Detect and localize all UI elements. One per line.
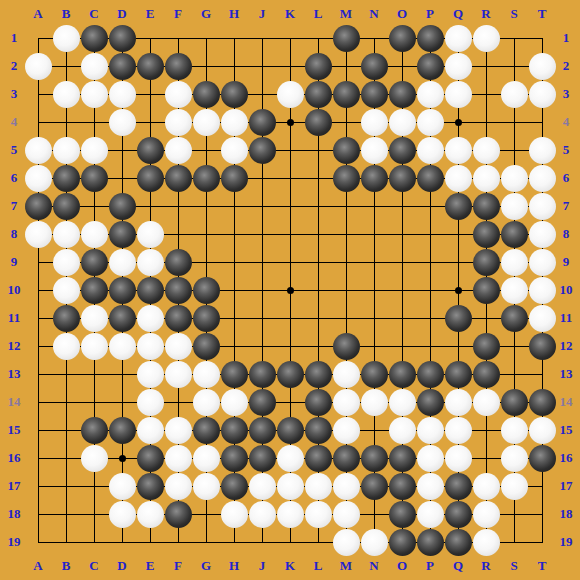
intersection-O2[interactable]	[388, 52, 416, 80]
intersection-N14[interactable]	[360, 388, 388, 416]
intersection-N16[interactable]	[360, 444, 388, 472]
intersection-T13[interactable]	[528, 360, 556, 388]
intersection-E5[interactable]	[136, 136, 164, 164]
intersection-G19[interactable]	[192, 528, 220, 556]
intersection-R2[interactable]	[472, 52, 500, 80]
intersection-S18[interactable]	[500, 500, 528, 528]
intersection-E12[interactable]	[136, 332, 164, 360]
intersection-A18[interactable]	[24, 500, 52, 528]
intersection-Q5[interactable]	[444, 136, 472, 164]
intersection-F9[interactable]	[164, 248, 192, 276]
intersection-T14[interactable]	[528, 388, 556, 416]
intersection-N5[interactable]	[360, 136, 388, 164]
intersection-C6[interactable]	[80, 164, 108, 192]
intersection-A1[interactable]	[24, 24, 52, 52]
intersection-L13[interactable]	[304, 360, 332, 388]
intersection-B3[interactable]	[52, 80, 80, 108]
intersection-G11[interactable]	[192, 304, 220, 332]
intersection-G16[interactable]	[192, 444, 220, 472]
intersection-E6[interactable]	[136, 164, 164, 192]
intersection-F14[interactable]	[164, 388, 192, 416]
intersection-D13[interactable]	[108, 360, 136, 388]
intersection-D16[interactable]	[108, 444, 136, 472]
intersection-R6[interactable]	[472, 164, 500, 192]
intersection-C14[interactable]	[80, 388, 108, 416]
intersection-H17[interactable]	[220, 472, 248, 500]
intersection-A11[interactable]	[24, 304, 52, 332]
intersection-A12[interactable]	[24, 332, 52, 360]
intersection-A2[interactable]	[24, 52, 52, 80]
intersection-B16[interactable]	[52, 444, 80, 472]
intersection-A14[interactable]	[24, 388, 52, 416]
intersection-S7[interactable]	[500, 192, 528, 220]
intersection-Q15[interactable]	[444, 416, 472, 444]
intersection-T12[interactable]	[528, 332, 556, 360]
intersection-C19[interactable]	[80, 528, 108, 556]
intersection-G5[interactable]	[192, 136, 220, 164]
intersection-E8[interactable]	[136, 220, 164, 248]
intersection-C8[interactable]	[80, 220, 108, 248]
intersection-J13[interactable]	[248, 360, 276, 388]
intersection-C16[interactable]	[80, 444, 108, 472]
intersection-F2[interactable]	[164, 52, 192, 80]
intersection-S8[interactable]	[500, 220, 528, 248]
intersection-B4[interactable]	[52, 108, 80, 136]
intersection-T1[interactable]	[528, 24, 556, 52]
intersection-L19[interactable]	[304, 528, 332, 556]
intersection-F17[interactable]	[164, 472, 192, 500]
intersection-O14[interactable]	[388, 388, 416, 416]
intersection-P4[interactable]	[416, 108, 444, 136]
intersection-M6[interactable]	[332, 164, 360, 192]
intersection-Q4[interactable]	[444, 108, 472, 136]
intersection-G14[interactable]	[192, 388, 220, 416]
intersection-D1[interactable]	[108, 24, 136, 52]
intersection-S11[interactable]	[500, 304, 528, 332]
intersection-F12[interactable]	[164, 332, 192, 360]
intersection-H6[interactable]	[220, 164, 248, 192]
intersection-N2[interactable]	[360, 52, 388, 80]
intersection-E3[interactable]	[136, 80, 164, 108]
intersection-Q6[interactable]	[444, 164, 472, 192]
intersection-H11[interactable]	[220, 304, 248, 332]
intersection-M17[interactable]	[332, 472, 360, 500]
intersection-Q2[interactable]	[444, 52, 472, 80]
intersection-S14[interactable]	[500, 388, 528, 416]
intersection-K12[interactable]	[276, 332, 304, 360]
intersection-F13[interactable]	[164, 360, 192, 388]
intersection-G13[interactable]	[192, 360, 220, 388]
intersection-K9[interactable]	[276, 248, 304, 276]
intersection-T18[interactable]	[528, 500, 556, 528]
intersection-L9[interactable]	[304, 248, 332, 276]
intersection-T8[interactable]	[528, 220, 556, 248]
intersection-N1[interactable]	[360, 24, 388, 52]
intersection-R14[interactable]	[472, 388, 500, 416]
intersection-R5[interactable]	[472, 136, 500, 164]
intersection-R9[interactable]	[472, 248, 500, 276]
intersection-L8[interactable]	[304, 220, 332, 248]
intersection-O19[interactable]	[388, 528, 416, 556]
intersection-A8[interactable]	[24, 220, 52, 248]
intersection-L2[interactable]	[304, 52, 332, 80]
intersection-C13[interactable]	[80, 360, 108, 388]
intersection-K3[interactable]	[276, 80, 304, 108]
intersection-B15[interactable]	[52, 416, 80, 444]
intersection-K6[interactable]	[276, 164, 304, 192]
intersection-A6[interactable]	[24, 164, 52, 192]
intersection-H12[interactable]	[220, 332, 248, 360]
intersection-R17[interactable]	[472, 472, 500, 500]
intersection-J10[interactable]	[248, 276, 276, 304]
intersection-M19[interactable]	[332, 528, 360, 556]
intersection-A13[interactable]	[24, 360, 52, 388]
intersection-E15[interactable]	[136, 416, 164, 444]
intersection-A15[interactable]	[24, 416, 52, 444]
intersection-O9[interactable]	[388, 248, 416, 276]
intersection-R19[interactable]	[472, 528, 500, 556]
intersection-N12[interactable]	[360, 332, 388, 360]
intersection-E2[interactable]	[136, 52, 164, 80]
intersection-G6[interactable]	[192, 164, 220, 192]
intersection-N4[interactable]	[360, 108, 388, 136]
intersection-G3[interactable]	[192, 80, 220, 108]
intersection-O15[interactable]	[388, 416, 416, 444]
intersection-Q17[interactable]	[444, 472, 472, 500]
intersection-K15[interactable]	[276, 416, 304, 444]
intersection-N6[interactable]	[360, 164, 388, 192]
intersection-K4[interactable]	[276, 108, 304, 136]
intersection-H9[interactable]	[220, 248, 248, 276]
intersection-P8[interactable]	[416, 220, 444, 248]
intersection-C15[interactable]	[80, 416, 108, 444]
intersection-J7[interactable]	[248, 192, 276, 220]
intersection-H4[interactable]	[220, 108, 248, 136]
intersection-D19[interactable]	[108, 528, 136, 556]
intersection-J9[interactable]	[248, 248, 276, 276]
intersection-H19[interactable]	[220, 528, 248, 556]
intersection-B7[interactable]	[52, 192, 80, 220]
intersection-M10[interactable]	[332, 276, 360, 304]
intersection-E14[interactable]	[136, 388, 164, 416]
intersection-O4[interactable]	[388, 108, 416, 136]
intersection-T5[interactable]	[528, 136, 556, 164]
intersection-K17[interactable]	[276, 472, 304, 500]
intersection-Q7[interactable]	[444, 192, 472, 220]
intersection-N3[interactable]	[360, 80, 388, 108]
intersection-B6[interactable]	[52, 164, 80, 192]
intersection-M7[interactable]	[332, 192, 360, 220]
intersection-P16[interactable]	[416, 444, 444, 472]
intersection-R11[interactable]	[472, 304, 500, 332]
intersection-D17[interactable]	[108, 472, 136, 500]
intersection-F4[interactable]	[164, 108, 192, 136]
intersection-L7[interactable]	[304, 192, 332, 220]
intersection-M3[interactable]	[332, 80, 360, 108]
intersection-L18[interactable]	[304, 500, 332, 528]
intersection-G9[interactable]	[192, 248, 220, 276]
intersection-R3[interactable]	[472, 80, 500, 108]
intersection-L5[interactable]	[304, 136, 332, 164]
intersection-S12[interactable]	[500, 332, 528, 360]
intersection-G1[interactable]	[192, 24, 220, 52]
intersection-J16[interactable]	[248, 444, 276, 472]
intersection-B19[interactable]	[52, 528, 80, 556]
intersection-P3[interactable]	[416, 80, 444, 108]
intersection-T16[interactable]	[528, 444, 556, 472]
intersection-F1[interactable]	[164, 24, 192, 52]
intersection-O3[interactable]	[388, 80, 416, 108]
intersection-F5[interactable]	[164, 136, 192, 164]
intersection-T17[interactable]	[528, 472, 556, 500]
intersection-J5[interactable]	[248, 136, 276, 164]
intersection-L17[interactable]	[304, 472, 332, 500]
intersection-E18[interactable]	[136, 500, 164, 528]
intersection-N19[interactable]	[360, 528, 388, 556]
intersection-R13[interactable]	[472, 360, 500, 388]
intersection-J2[interactable]	[248, 52, 276, 80]
intersection-Q18[interactable]	[444, 500, 472, 528]
intersection-H1[interactable]	[220, 24, 248, 52]
intersection-C7[interactable]	[80, 192, 108, 220]
intersection-T6[interactable]	[528, 164, 556, 192]
intersection-C5[interactable]	[80, 136, 108, 164]
intersection-Q3[interactable]	[444, 80, 472, 108]
intersection-D11[interactable]	[108, 304, 136, 332]
intersection-P13[interactable]	[416, 360, 444, 388]
intersection-P15[interactable]	[416, 416, 444, 444]
intersection-A19[interactable]	[24, 528, 52, 556]
intersection-L15[interactable]	[304, 416, 332, 444]
intersection-L14[interactable]	[304, 388, 332, 416]
intersection-F18[interactable]	[164, 500, 192, 528]
intersection-S2[interactable]	[500, 52, 528, 80]
intersection-E9[interactable]	[136, 248, 164, 276]
intersection-T19[interactable]	[528, 528, 556, 556]
intersection-A3[interactable]	[24, 80, 52, 108]
intersection-M15[interactable]	[332, 416, 360, 444]
intersection-P12[interactable]	[416, 332, 444, 360]
intersection-C11[interactable]	[80, 304, 108, 332]
intersection-H8[interactable]	[220, 220, 248, 248]
intersection-Q9[interactable]	[444, 248, 472, 276]
intersection-O11[interactable]	[388, 304, 416, 332]
intersection-N18[interactable]	[360, 500, 388, 528]
intersection-A4[interactable]	[24, 108, 52, 136]
intersection-C12[interactable]	[80, 332, 108, 360]
intersection-K7[interactable]	[276, 192, 304, 220]
intersection-B8[interactable]	[52, 220, 80, 248]
intersection-M12[interactable]	[332, 332, 360, 360]
intersection-M4[interactable]	[332, 108, 360, 136]
intersection-L4[interactable]	[304, 108, 332, 136]
intersection-E17[interactable]	[136, 472, 164, 500]
intersection-J12[interactable]	[248, 332, 276, 360]
intersection-E7[interactable]	[136, 192, 164, 220]
intersection-A9[interactable]	[24, 248, 52, 276]
intersection-T10[interactable]	[528, 276, 556, 304]
intersection-K10[interactable]	[276, 276, 304, 304]
intersection-O12[interactable]	[388, 332, 416, 360]
intersection-D18[interactable]	[108, 500, 136, 528]
intersection-B13[interactable]	[52, 360, 80, 388]
intersection-F11[interactable]	[164, 304, 192, 332]
intersection-N11[interactable]	[360, 304, 388, 332]
intersection-A10[interactable]	[24, 276, 52, 304]
intersection-Q1[interactable]	[444, 24, 472, 52]
intersection-T9[interactable]	[528, 248, 556, 276]
intersection-P2[interactable]	[416, 52, 444, 80]
intersection-K8[interactable]	[276, 220, 304, 248]
intersection-O16[interactable]	[388, 444, 416, 472]
intersection-F10[interactable]	[164, 276, 192, 304]
intersection-O18[interactable]	[388, 500, 416, 528]
intersection-J3[interactable]	[248, 80, 276, 108]
intersection-Q10[interactable]	[444, 276, 472, 304]
intersection-S13[interactable]	[500, 360, 528, 388]
intersection-C18[interactable]	[80, 500, 108, 528]
intersection-Q19[interactable]	[444, 528, 472, 556]
intersection-D14[interactable]	[108, 388, 136, 416]
intersection-F19[interactable]	[164, 528, 192, 556]
intersection-M5[interactable]	[332, 136, 360, 164]
intersection-H13[interactable]	[220, 360, 248, 388]
intersection-O7[interactable]	[388, 192, 416, 220]
intersection-T7[interactable]	[528, 192, 556, 220]
intersection-K13[interactable]	[276, 360, 304, 388]
intersection-D10[interactable]	[108, 276, 136, 304]
intersection-N7[interactable]	[360, 192, 388, 220]
intersection-T4[interactable]	[528, 108, 556, 136]
intersection-R7[interactable]	[472, 192, 500, 220]
intersection-C3[interactable]	[80, 80, 108, 108]
intersection-P7[interactable]	[416, 192, 444, 220]
intersection-Q14[interactable]	[444, 388, 472, 416]
intersection-O13[interactable]	[388, 360, 416, 388]
intersection-J1[interactable]	[248, 24, 276, 52]
intersection-P10[interactable]	[416, 276, 444, 304]
intersection-T15[interactable]	[528, 416, 556, 444]
intersection-D15[interactable]	[108, 416, 136, 444]
intersection-E1[interactable]	[136, 24, 164, 52]
intersection-P5[interactable]	[416, 136, 444, 164]
intersection-A7[interactable]	[24, 192, 52, 220]
intersection-K2[interactable]	[276, 52, 304, 80]
intersection-L3[interactable]	[304, 80, 332, 108]
intersection-N15[interactable]	[360, 416, 388, 444]
intersection-H15[interactable]	[220, 416, 248, 444]
intersection-F15[interactable]	[164, 416, 192, 444]
intersection-P14[interactable]	[416, 388, 444, 416]
intersection-H10[interactable]	[220, 276, 248, 304]
intersection-O10[interactable]	[388, 276, 416, 304]
intersection-E19[interactable]	[136, 528, 164, 556]
intersection-J19[interactable]	[248, 528, 276, 556]
intersection-R8[interactable]	[472, 220, 500, 248]
intersection-F16[interactable]	[164, 444, 192, 472]
intersection-M11[interactable]	[332, 304, 360, 332]
intersection-D7[interactable]	[108, 192, 136, 220]
intersection-K11[interactable]	[276, 304, 304, 332]
intersection-H16[interactable]	[220, 444, 248, 472]
intersection-K5[interactable]	[276, 136, 304, 164]
intersection-B12[interactable]	[52, 332, 80, 360]
intersection-K1[interactable]	[276, 24, 304, 52]
intersection-M16[interactable]	[332, 444, 360, 472]
intersection-O17[interactable]	[388, 472, 416, 500]
intersection-D4[interactable]	[108, 108, 136, 136]
intersection-M18[interactable]	[332, 500, 360, 528]
intersection-Q16[interactable]	[444, 444, 472, 472]
intersection-M9[interactable]	[332, 248, 360, 276]
intersection-B1[interactable]	[52, 24, 80, 52]
intersection-J14[interactable]	[248, 388, 276, 416]
intersection-M13[interactable]	[332, 360, 360, 388]
intersection-J18[interactable]	[248, 500, 276, 528]
intersection-G7[interactable]	[192, 192, 220, 220]
intersection-S6[interactable]	[500, 164, 528, 192]
intersection-S1[interactable]	[500, 24, 528, 52]
intersection-E4[interactable]	[136, 108, 164, 136]
intersection-J8[interactable]	[248, 220, 276, 248]
intersection-R18[interactable]	[472, 500, 500, 528]
intersection-S9[interactable]	[500, 248, 528, 276]
intersection-N9[interactable]	[360, 248, 388, 276]
intersection-G17[interactable]	[192, 472, 220, 500]
intersection-A16[interactable]	[24, 444, 52, 472]
intersection-S10[interactable]	[500, 276, 528, 304]
intersection-T11[interactable]	[528, 304, 556, 332]
intersection-S3[interactable]	[500, 80, 528, 108]
intersection-M14[interactable]	[332, 388, 360, 416]
intersection-O1[interactable]	[388, 24, 416, 52]
intersection-J6[interactable]	[248, 164, 276, 192]
intersection-H7[interactable]	[220, 192, 248, 220]
intersection-B11[interactable]	[52, 304, 80, 332]
intersection-O5[interactable]	[388, 136, 416, 164]
intersection-M8[interactable]	[332, 220, 360, 248]
intersection-B5[interactable]	[52, 136, 80, 164]
intersection-P1[interactable]	[416, 24, 444, 52]
intersection-J4[interactable]	[248, 108, 276, 136]
intersection-F7[interactable]	[164, 192, 192, 220]
intersection-Q11[interactable]	[444, 304, 472, 332]
intersection-F3[interactable]	[164, 80, 192, 108]
intersection-N10[interactable]	[360, 276, 388, 304]
intersection-G18[interactable]	[192, 500, 220, 528]
intersection-N13[interactable]	[360, 360, 388, 388]
intersection-L16[interactable]	[304, 444, 332, 472]
intersection-G12[interactable]	[192, 332, 220, 360]
intersection-J17[interactable]	[248, 472, 276, 500]
intersection-J11[interactable]	[248, 304, 276, 332]
intersection-Q13[interactable]	[444, 360, 472, 388]
intersection-D3[interactable]	[108, 80, 136, 108]
intersection-S5[interactable]	[500, 136, 528, 164]
intersection-D8[interactable]	[108, 220, 136, 248]
intersection-L1[interactable]	[304, 24, 332, 52]
intersection-D12[interactable]	[108, 332, 136, 360]
intersection-R12[interactable]	[472, 332, 500, 360]
intersection-C10[interactable]	[80, 276, 108, 304]
intersection-L12[interactable]	[304, 332, 332, 360]
intersection-R15[interactable]	[472, 416, 500, 444]
intersection-G8[interactable]	[192, 220, 220, 248]
intersection-L6[interactable]	[304, 164, 332, 192]
intersection-S4[interactable]	[500, 108, 528, 136]
intersection-L10[interactable]	[304, 276, 332, 304]
intersection-B17[interactable]	[52, 472, 80, 500]
